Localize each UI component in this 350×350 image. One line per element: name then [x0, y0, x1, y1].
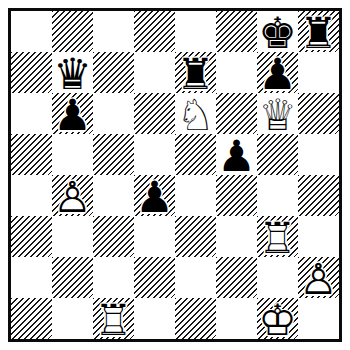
square-h8[interactable]: ♜: [298, 11, 339, 52]
black-piece-body: ♜: [175, 52, 216, 93]
square-e5[interactable]: [175, 134, 216, 175]
square-c8[interactable]: [93, 11, 134, 52]
square-h1[interactable]: [298, 298, 339, 339]
square-b2[interactable]: [52, 257, 93, 298]
square-f5[interactable]: ♟: [216, 134, 257, 175]
square-g6[interactable]: ♛♕: [257, 93, 298, 134]
square-a8[interactable]: [11, 11, 52, 52]
square-c2[interactable]: [93, 257, 134, 298]
square-d1[interactable]: [134, 298, 175, 339]
white-piece-fill: ♜: [93, 298, 134, 339]
square-g8[interactable]: ♚: [257, 11, 298, 52]
white-piece-outline: ♙: [298, 257, 339, 298]
square-f4[interactable]: [216, 175, 257, 216]
square-e2[interactable]: [175, 257, 216, 298]
piece-white-rook-icon: ♜♖: [93, 298, 134, 339]
square-b8[interactable]: [52, 11, 93, 52]
square-a7[interactable]: [11, 52, 52, 93]
square-f6[interactable]: [216, 93, 257, 134]
square-e7[interactable]: ♜: [175, 52, 216, 93]
white-piece-outline: ♖: [93, 298, 134, 339]
white-piece-fill: ♟: [52, 175, 93, 216]
square-a5[interactable]: [11, 134, 52, 175]
white-piece-fill: ♚: [257, 298, 298, 339]
square-e4[interactable]: [175, 175, 216, 216]
square-b1[interactable]: [52, 298, 93, 339]
square-g7[interactable]: ♟: [257, 52, 298, 93]
square-c3[interactable]: [93, 216, 134, 257]
square-g4[interactable]: [257, 175, 298, 216]
square-d6[interactable]: [134, 93, 175, 134]
square-e3[interactable]: [175, 216, 216, 257]
piece-black-pawn-icon: ♟: [52, 93, 93, 134]
square-h3[interactable]: [298, 216, 339, 257]
white-piece-outline: ♘: [175, 93, 216, 134]
black-piece-body: ♛: [52, 52, 93, 93]
square-b3[interactable]: [52, 216, 93, 257]
square-h4[interactable]: [298, 175, 339, 216]
square-g1[interactable]: ♚♔: [257, 298, 298, 339]
white-piece-outline: ♖: [257, 216, 298, 257]
square-e8[interactable]: [175, 11, 216, 52]
black-piece-body: ♜: [298, 11, 339, 52]
white-piece-fill: ♜: [257, 216, 298, 257]
piece-black-rook-icon: ♜: [175, 52, 216, 93]
white-piece-outline: ♔: [257, 298, 298, 339]
chess-board: ♚♜♛♜♟♟♞♘♛♕♟♟♙♟♜♖♟♙♜♖♚♔: [8, 8, 342, 342]
piece-black-queen-icon: ♛: [52, 52, 93, 93]
square-e6[interactable]: ♞♘: [175, 93, 216, 134]
piece-black-pawn-icon: ♟: [257, 52, 298, 93]
piece-black-king-icon: ♚: [257, 11, 298, 52]
square-d5[interactable]: [134, 134, 175, 175]
square-h5[interactable]: [298, 134, 339, 175]
square-a2[interactable]: [11, 257, 52, 298]
square-b5[interactable]: [52, 134, 93, 175]
square-d4[interactable]: ♟: [134, 175, 175, 216]
square-d8[interactable]: [134, 11, 175, 52]
square-a4[interactable]: [11, 175, 52, 216]
square-b4[interactable]: ♟♙: [52, 175, 93, 216]
piece-white-knight-icon: ♞♘: [175, 93, 216, 134]
piece-black-pawn-icon: ♟: [216, 134, 257, 175]
square-g5[interactable]: [257, 134, 298, 175]
square-b7[interactable]: ♛: [52, 52, 93, 93]
square-h7[interactable]: [298, 52, 339, 93]
square-c7[interactable]: [93, 52, 134, 93]
square-f8[interactable]: [216, 11, 257, 52]
square-a6[interactable]: [11, 93, 52, 134]
white-piece-outline: ♕: [257, 93, 298, 134]
black-piece-body: ♟: [216, 134, 257, 175]
white-piece-fill: ♟: [298, 257, 339, 298]
square-h2[interactable]: ♟♙: [298, 257, 339, 298]
piece-white-king-icon: ♚♔: [257, 298, 298, 339]
square-c4[interactable]: [93, 175, 134, 216]
square-f2[interactable]: [216, 257, 257, 298]
piece-black-pawn-icon: ♟: [134, 175, 175, 216]
piece-white-queen-icon: ♛♕: [257, 93, 298, 134]
square-f7[interactable]: [216, 52, 257, 93]
black-piece-body: ♟: [134, 175, 175, 216]
square-a1[interactable]: [11, 298, 52, 339]
square-h6[interactable]: [298, 93, 339, 134]
square-b6[interactable]: ♟: [52, 93, 93, 134]
white-piece-fill: ♞: [175, 93, 216, 134]
square-g3[interactable]: ♜♖: [257, 216, 298, 257]
white-piece-fill: ♛: [257, 93, 298, 134]
piece-white-pawn-icon: ♟♙: [52, 175, 93, 216]
square-c1[interactable]: ♜♖: [93, 298, 134, 339]
square-d2[interactable]: [134, 257, 175, 298]
black-piece-body: ♟: [52, 93, 93, 134]
white-piece-outline: ♙: [52, 175, 93, 216]
square-d3[interactable]: [134, 216, 175, 257]
black-piece-body: ♟: [257, 52, 298, 93]
square-d7[interactable]: [134, 52, 175, 93]
square-f1[interactable]: [216, 298, 257, 339]
black-piece-body: ♚: [257, 11, 298, 52]
square-f3[interactable]: [216, 216, 257, 257]
chess-diagram: ♚♜♛♜♟♟♞♘♛♕♟♟♙♟♜♖♟♙♜♖♚♔: [0, 0, 350, 350]
piece-black-rook-icon: ♜: [298, 11, 339, 52]
square-c6[interactable]: [93, 93, 134, 134]
square-g2[interactable]: [257, 257, 298, 298]
piece-white-rook-icon: ♜♖: [257, 216, 298, 257]
square-a3[interactable]: [11, 216, 52, 257]
square-c5[interactable]: [93, 134, 134, 175]
square-e1[interactable]: [175, 298, 216, 339]
piece-white-pawn-icon: ♟♙: [298, 257, 339, 298]
